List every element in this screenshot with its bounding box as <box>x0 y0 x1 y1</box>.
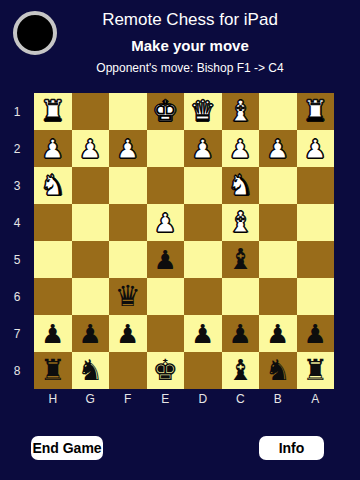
white-king[interactable]: ♚ <box>152 97 178 126</box>
file-label-g: G <box>72 392 110 406</box>
square-e4[interactable]: ♟ <box>147 204 185 241</box>
black-pawn[interactable]: ♟ <box>41 321 64 347</box>
file-label-h: H <box>34 392 72 406</box>
square-a7[interactable]: ♟ <box>297 315 335 352</box>
file-label-a: A <box>297 392 335 406</box>
file-label-c: C <box>222 392 260 406</box>
square-c2[interactable]: ♟ <box>222 130 260 167</box>
file-label-b: B <box>259 392 297 406</box>
black-pawn[interactable]: ♟ <box>79 321 102 347</box>
white-pawn[interactable]: ♟ <box>116 136 139 162</box>
square-d5[interactable] <box>184 241 222 278</box>
black-bishop[interactable]: ♝ <box>227 356 253 385</box>
file-labels: HGFEDCBA <box>34 392 334 406</box>
square-b5[interactable] <box>259 241 297 278</box>
square-a8[interactable]: ♜ <box>297 352 335 389</box>
opponent-move-text: Opponent's move: Bishop F1 -> C4 <box>20 61 360 75</box>
white-rook[interactable]: ♜ <box>40 97 66 126</box>
square-h3[interactable]: ♞ <box>34 167 72 204</box>
white-pawn[interactable]: ♟ <box>229 136 252 162</box>
rank-label-4: 4 <box>6 204 28 241</box>
square-h4[interactable] <box>34 204 72 241</box>
black-pawn[interactable]: ♟ <box>229 321 252 347</box>
square-a3[interactable] <box>297 167 335 204</box>
square-f2[interactable]: ♟ <box>109 130 147 167</box>
square-e1[interactable]: ♚ <box>147 93 185 130</box>
square-d6[interactable] <box>184 278 222 315</box>
square-f4[interactable] <box>109 204 147 241</box>
white-pawn[interactable]: ♟ <box>191 136 214 162</box>
square-d3[interactable] <box>184 167 222 204</box>
square-e6[interactable] <box>147 278 185 315</box>
square-e2[interactable] <box>147 130 185 167</box>
square-b4[interactable] <box>259 204 297 241</box>
square-f3[interactable] <box>109 167 147 204</box>
app-screen: Remote Chess for iPad Make your move Opp… <box>0 0 360 480</box>
black-bishop[interactable]: ♝ <box>227 245 253 274</box>
black-pawn[interactable]: ♟ <box>266 321 289 347</box>
square-f1[interactable] <box>109 93 147 130</box>
square-f5[interactable] <box>109 241 147 278</box>
square-a1[interactable]: ♜ <box>297 93 335 130</box>
file-label-e: E <box>147 392 185 406</box>
black-pawn[interactable]: ♟ <box>154 247 177 273</box>
black-knight[interactable]: ♞ <box>265 356 291 385</box>
square-c5[interactable]: ♝ <box>222 241 260 278</box>
square-h8[interactable]: ♜ <box>34 352 72 389</box>
square-a5[interactable] <box>297 241 335 278</box>
square-c3[interactable]: ♞ <box>222 167 260 204</box>
square-d7[interactable]: ♟ <box>184 315 222 352</box>
white-rook[interactable]: ♜ <box>302 97 328 126</box>
white-pawn[interactable]: ♟ <box>266 136 289 162</box>
black-pawn[interactable]: ♟ <box>304 321 327 347</box>
square-b6[interactable] <box>259 278 297 315</box>
square-c8[interactable]: ♝ <box>222 352 260 389</box>
black-king[interactable]: ♚ <box>152 356 178 385</box>
square-d1[interactable]: ♛ <box>184 93 222 130</box>
black-pawn[interactable]: ♟ <box>116 321 139 347</box>
square-b3[interactable] <box>259 167 297 204</box>
square-g1[interactable] <box>72 93 110 130</box>
app-title: Remote Chess for iPad <box>20 10 360 30</box>
black-knight[interactable]: ♞ <box>77 356 103 385</box>
square-h1[interactable]: ♜ <box>34 93 72 130</box>
square-h5[interactable] <box>34 241 72 278</box>
square-d2[interactable]: ♟ <box>184 130 222 167</box>
chess-board: ♜♚♛♝♜♟♟♟♟♟♟♟♞♞♟♝♟♝♛♟♟♟♟♟♟♟♜♞♚♝♞♜ <box>34 93 334 389</box>
square-d8[interactable] <box>184 352 222 389</box>
black-pawn[interactable]: ♟ <box>191 321 214 347</box>
square-c1[interactable]: ♝ <box>222 93 260 130</box>
square-b7[interactable]: ♟ <box>259 315 297 352</box>
rank-label-7: 7 <box>6 315 28 352</box>
black-rook[interactable]: ♜ <box>302 356 328 385</box>
white-pawn[interactable]: ♟ <box>41 136 64 162</box>
white-knight[interactable]: ♞ <box>40 171 66 200</box>
white-pawn[interactable]: ♟ <box>304 136 327 162</box>
square-e8[interactable]: ♚ <box>147 352 185 389</box>
square-g5[interactable] <box>72 241 110 278</box>
square-g6[interactable] <box>72 278 110 315</box>
square-h6[interactable] <box>34 278 72 315</box>
rank-label-6: 6 <box>6 278 28 315</box>
square-b2[interactable]: ♟ <box>259 130 297 167</box>
square-a4[interactable] <box>297 204 335 241</box>
rank-label-2: 2 <box>6 130 28 167</box>
square-c6[interactable] <box>222 278 260 315</box>
square-h7[interactable]: ♟ <box>34 315 72 352</box>
square-g4[interactable] <box>72 204 110 241</box>
square-g2[interactable]: ♟ <box>72 130 110 167</box>
square-g3[interactable] <box>72 167 110 204</box>
white-bishop[interactable]: ♝ <box>227 97 253 126</box>
square-a6[interactable] <box>297 278 335 315</box>
square-e3[interactable] <box>147 167 185 204</box>
rank-label-3: 3 <box>6 167 28 204</box>
square-a2[interactable]: ♟ <box>297 130 335 167</box>
square-f6[interactable]: ♛ <box>109 278 147 315</box>
rank-label-5: 5 <box>6 241 28 278</box>
white-pawn[interactable]: ♟ <box>79 136 102 162</box>
square-e5[interactable]: ♟ <box>147 241 185 278</box>
square-b1[interactable] <box>259 93 297 130</box>
black-rook[interactable]: ♜ <box>40 356 66 385</box>
white-queen[interactable]: ♛ <box>190 97 216 126</box>
square-c7[interactable]: ♟ <box>222 315 260 352</box>
square-g7[interactable]: ♟ <box>72 315 110 352</box>
square-b8[interactable]: ♞ <box>259 352 297 389</box>
file-label-d: D <box>184 392 222 406</box>
square-f8[interactable] <box>109 352 147 389</box>
white-pawn[interactable]: ♟ <box>154 210 177 236</box>
square-e7[interactable] <box>147 315 185 352</box>
square-d4[interactable] <box>184 204 222 241</box>
black-queen[interactable]: ♛ <box>115 282 141 311</box>
square-c4[interactable]: ♝ <box>222 204 260 241</box>
rank-label-8: 8 <box>6 352 28 389</box>
white-bishop[interactable]: ♝ <box>227 208 253 237</box>
square-g8[interactable]: ♞ <box>72 352 110 389</box>
rank-label-1: 1 <box>6 93 28 130</box>
file-label-f: F <box>109 392 147 406</box>
rank-labels: 12345678 <box>6 93 28 389</box>
end-game-button[interactable]: End Game <box>31 436 103 460</box>
white-knight[interactable]: ♞ <box>227 171 253 200</box>
square-f7[interactable]: ♟ <box>109 315 147 352</box>
square-h2[interactable]: ♟ <box>34 130 72 167</box>
status-message: Make your move <box>20 37 360 54</box>
info-button[interactable]: Info <box>259 436 324 460</box>
